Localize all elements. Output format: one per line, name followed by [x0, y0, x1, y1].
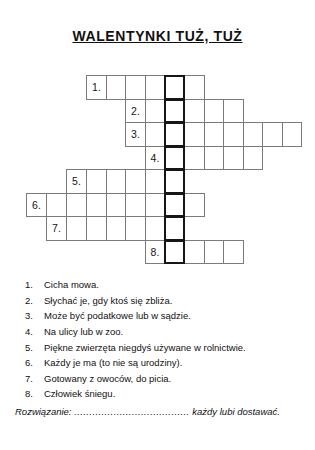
crossword-cell[interactable]: 7.: [46, 216, 67, 241]
crossword-cell[interactable]: 3.: [125, 122, 146, 147]
crossword-cell[interactable]: [223, 99, 244, 123]
clue-item-number: 7.: [25, 373, 44, 384]
clue-item: 3.Może być podatkowe lub w sądzie.: [25, 308, 315, 324]
crossword-cell[interactable]: [106, 75, 126, 100]
crossword-cell[interactable]: 8.: [145, 240, 165, 264]
solution-label: Rozwiązanie:: [15, 406, 72, 417]
crossword-cell[interactable]: [145, 99, 165, 123]
solution-cell[interactable]: [164, 99, 185, 123]
crossword-cell[interactable]: [125, 169, 146, 194]
clue-number: 8.: [151, 247, 160, 258]
clue-number: 6.: [32, 200, 41, 211]
clue-item-text: Piękne zwierzęta niegdyś używane w rolni…: [44, 342, 315, 353]
clue-item: 1.Cicha mowa.: [25, 277, 315, 293]
crossword-cell[interactable]: 1.: [86, 75, 107, 100]
solution-cell[interactable]: [164, 169, 185, 194]
clue-item-text: Słychać je, gdy ktoś się zbliża.: [44, 295, 315, 306]
worksheet-page: WALENTYNKI TUŻ, TUŻ 1.2.3.4.5.6.7.8. 1.C…: [0, 0, 315, 450]
crossword-cell[interactable]: 6.: [26, 193, 47, 217]
clue-list: 1.Cicha mowa.2.Słychać je, gdy ktoś się …: [0, 277, 315, 402]
clue-number: 1.: [92, 82, 101, 93]
clue-item: 6.Każdy je ma (to nie są urodziny).: [25, 355, 315, 371]
clue-item-text: Może być podatkowe lub w sądzie.: [44, 310, 315, 321]
clue-number: 5.: [72, 176, 81, 187]
crossword-cell[interactable]: [46, 193, 67, 217]
crossword-cell[interactable]: [125, 75, 146, 100]
clue-item-number: 6.: [25, 357, 44, 368]
clue-item: 7.Gotowany z owoców, do picia.: [25, 371, 315, 387]
crossword-cell[interactable]: [125, 193, 146, 217]
clue-item-number: 5.: [25, 342, 44, 353]
solution-cell[interactable]: [164, 216, 185, 241]
crossword-cell[interactable]: [184, 99, 205, 123]
clue-number: 7.: [52, 223, 61, 234]
crossword-grid: 1.2.3.4.5.6.7.8.: [0, 0, 315, 270]
clue-item: 4.Na ulicy lub w zoo.: [25, 324, 315, 340]
crossword-cell[interactable]: [184, 122, 205, 147]
solution-cell[interactable]: [164, 240, 185, 264]
clue-item-number: 4.: [25, 326, 44, 337]
crossword-cell[interactable]: [145, 75, 165, 100]
solution-cell[interactable]: [164, 193, 185, 217]
crossword-cell[interactable]: [86, 169, 107, 194]
clue-item-number: 3.: [25, 310, 44, 321]
solution-line: Rozwiązanie: ...........................…: [15, 406, 310, 417]
crossword-cell[interactable]: [223, 146, 244, 170]
crossword-cell[interactable]: [145, 193, 165, 217]
crossword-cell[interactable]: [243, 146, 263, 170]
crossword-cell[interactable]: [204, 99, 224, 123]
clue-item: 8.Człowiek śniegu.: [25, 386, 315, 402]
crossword-cell[interactable]: [145, 169, 165, 194]
crossword-cell[interactable]: [66, 193, 87, 217]
crossword-cell[interactable]: [262, 122, 283, 147]
crossword-cell[interactable]: [145, 122, 165, 147]
solution-suffix: każdy lubi dostawać.: [192, 406, 280, 417]
clue-item-text: Cicha mowa.: [44, 279, 315, 290]
clue-item-text: Każdy je ma (to nie są urodziny).: [44, 357, 315, 368]
crossword-cell[interactable]: [66, 216, 87, 241]
clue-number: 3.: [131, 129, 140, 140]
crossword-cell[interactable]: [184, 193, 205, 217]
clue-item-number: 2.: [25, 295, 44, 306]
crossword-cell[interactable]: [106, 193, 126, 217]
crossword-cell[interactable]: [223, 240, 244, 264]
crossword-cell[interactable]: [106, 169, 126, 194]
clue-item: 2.Słychać je, gdy ktoś się zbliża.: [25, 293, 315, 309]
solution-cell[interactable]: [164, 75, 185, 100]
crossword-cell[interactable]: [184, 240, 205, 264]
crossword-cell[interactable]: [223, 122, 244, 147]
solution-blank[interactable]: ......................................: [74, 406, 190, 417]
clue-item: 5.Piękne zwierzęta niegdyś używane w rol…: [25, 339, 315, 355]
crossword-cell[interactable]: [125, 216, 146, 241]
crossword-cell[interactable]: [204, 240, 224, 264]
clue-item-number: 1.: [25, 279, 44, 290]
clue-number: 4.: [151, 153, 160, 164]
crossword-cell[interactable]: [86, 193, 107, 217]
clue-item-text: Gotowany z owoców, do picia.: [44, 373, 315, 384]
crossword-cell[interactable]: [204, 122, 224, 147]
clue-number: 2.: [131, 106, 140, 117]
crossword-cell[interactable]: [106, 216, 126, 241]
clue-item-number: 8.: [25, 388, 44, 399]
crossword-cell[interactable]: [184, 75, 205, 100]
crossword-cell[interactable]: [282, 122, 302, 147]
solution-cell[interactable]: [164, 146, 185, 170]
clue-item-text: Na ulicy lub w zoo.: [44, 326, 315, 337]
crossword-cell[interactable]: [145, 216, 165, 241]
crossword-cell[interactable]: [86, 216, 107, 241]
crossword-cell[interactable]: 4.: [145, 146, 165, 170]
crossword-cell[interactable]: 2.: [125, 99, 146, 123]
crossword-cell[interactable]: [204, 146, 224, 170]
crossword-cell[interactable]: 5.: [66, 169, 87, 194]
crossword-cell[interactable]: [184, 146, 205, 170]
crossword-cell[interactable]: [243, 122, 263, 147]
solution-cell[interactable]: [164, 122, 185, 147]
clue-item-text: Człowiek śniegu.: [44, 388, 315, 399]
